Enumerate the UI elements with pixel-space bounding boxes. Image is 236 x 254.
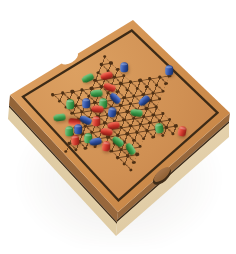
peg-red-standing[interactable] (92, 116, 100, 126)
board-hole (129, 80, 133, 83)
board-hole (164, 81, 168, 84)
board-hole (119, 81, 123, 84)
board-hole (161, 133, 165, 136)
board-hole (71, 111, 75, 114)
peg-nose (53, 115, 59, 120)
board-hole (61, 91, 65, 94)
board-hole (74, 103, 78, 106)
board-hole (135, 86, 139, 89)
peg-red-lying[interactable] (92, 105, 107, 112)
board-hole (139, 144, 143, 147)
peg-green-standing[interactable] (66, 99, 74, 109)
board-hole (132, 160, 136, 163)
peg-blue-standing[interactable] (120, 62, 128, 72)
board-hole (122, 95, 126, 98)
board-hole (116, 155, 120, 158)
peg-nose (91, 106, 97, 111)
peg-blue-standing[interactable] (108, 107, 117, 118)
board-hole (145, 84, 149, 87)
peg-blue-standing[interactable] (165, 65, 173, 75)
board-hole (90, 86, 94, 89)
board-hole (64, 149, 68, 152)
peg-green-standing[interactable] (65, 126, 73, 136)
board-hole (139, 122, 143, 125)
peg-nose (130, 109, 136, 114)
board-hole (93, 100, 97, 103)
board-hole (126, 132, 130, 135)
board-hole (58, 99, 62, 102)
board-hole (122, 73, 126, 76)
board-hole (171, 132, 175, 135)
peg-green-lying[interactable] (91, 89, 107, 97)
board-hole (132, 116, 136, 119)
board-hole (132, 138, 136, 141)
board-hole (80, 88, 84, 91)
peg-nose (90, 91, 96, 96)
peg-blue-standing[interactable] (74, 124, 82, 134)
peg-red-standing[interactable] (102, 141, 111, 151)
board-hole (132, 94, 136, 97)
peg-nose (100, 128, 106, 133)
board-hole (126, 110, 130, 113)
board-hole (158, 97, 162, 100)
board-hole (155, 105, 159, 108)
board-hole (168, 117, 172, 120)
board-hole (158, 119, 162, 122)
board-hole (145, 129, 149, 132)
peg-green-standing[interactable] (155, 123, 164, 134)
board-hole (129, 124, 133, 127)
board-hole (158, 75, 162, 78)
board-hole (116, 111, 120, 114)
board-hole (174, 124, 178, 127)
board-hole (161, 111, 165, 114)
board-hole (148, 121, 152, 124)
board-hole (51, 92, 55, 95)
board-hole (135, 130, 139, 133)
board-hole (145, 106, 149, 109)
board-hole (152, 113, 156, 116)
board-hole (161, 89, 165, 92)
board-hole (142, 136, 146, 139)
board-hole (126, 88, 130, 91)
peg-red-standing[interactable] (71, 135, 80, 145)
board-hole (84, 146, 88, 149)
board-hole (80, 110, 84, 113)
board-hole (71, 89, 75, 92)
board-hole (139, 78, 143, 81)
peg-blue-standing[interactable] (82, 98, 90, 108)
board-hole (129, 102, 133, 105)
board-hole (152, 135, 156, 138)
board-hole (109, 61, 113, 64)
product-photo (0, 0, 236, 254)
board-hole (123, 162, 127, 165)
board-hole (77, 96, 81, 99)
board-hole (165, 125, 169, 128)
board-hole (74, 148, 78, 151)
board-hole (100, 62, 104, 65)
board-hole (155, 83, 159, 86)
board-hole (110, 149, 114, 152)
board-hole (148, 77, 152, 80)
